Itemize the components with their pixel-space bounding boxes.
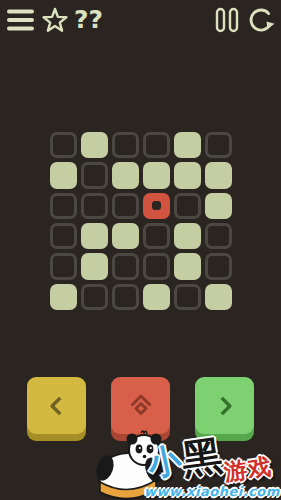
block-cell (50, 284, 77, 310)
empty-cell (81, 193, 108, 219)
menu-button[interactable] (6, 8, 36, 33)
block-cell (205, 162, 232, 188)
empty-cell (174, 193, 201, 219)
block-cell (50, 162, 77, 188)
restart-icon (247, 6, 275, 34)
block-cell (143, 162, 170, 188)
empty-cell (143, 132, 170, 158)
stars-unknown-label: ?? (74, 7, 103, 33)
empty-cell (50, 223, 77, 249)
empty-cell (112, 284, 139, 310)
watermark-url: www.xiaohei.com (144, 484, 280, 499)
game-screen: ?? (0, 0, 281, 500)
watermark-hei: 黑 (178, 427, 225, 487)
empty-cell (143, 253, 170, 279)
watermark-xiao: 小 (144, 437, 186, 488)
star-icon (41, 6, 69, 34)
empty-cell (143, 223, 170, 249)
block-cell (81, 223, 108, 249)
block-cell (205, 193, 232, 219)
block-cell (174, 223, 201, 249)
block-cell (143, 284, 170, 310)
target-cell (143, 193, 170, 219)
block-cell (205, 284, 232, 310)
pause-icon (215, 7, 240, 33)
empty-cell (81, 162, 108, 188)
watermark-youxi: 游戏 (222, 451, 274, 488)
hamburger-icon (6, 8, 36, 33)
block-cell (81, 132, 108, 158)
empty-cell (50, 132, 77, 158)
empty-cell (50, 193, 77, 219)
empty-cell (81, 284, 108, 310)
empty-cell (112, 253, 139, 279)
empty-cell (205, 253, 232, 279)
empty-cell (112, 132, 139, 158)
empty-cell (174, 284, 201, 310)
board (50, 132, 232, 310)
top-bar: ?? (0, 0, 281, 36)
block-cell (174, 162, 201, 188)
diamond-target-icon (127, 392, 155, 420)
panda-mascot-icon (92, 430, 180, 500)
move-left-button[interactable] (27, 377, 86, 434)
block-cell (174, 253, 201, 279)
top-bar-left: ?? (6, 6, 103, 34)
chevron-left-icon (44, 393, 70, 419)
pause-button[interactable] (215, 7, 240, 33)
restart-button[interactable] (247, 6, 275, 34)
action-button[interactable] (111, 377, 170, 434)
empty-cell (205, 132, 232, 158)
xiaohei-watermark: 小 黑 游戏 www.xiaohei.com (92, 428, 281, 500)
block-cell (174, 132, 201, 158)
block-cell (112, 223, 139, 249)
block-cell (112, 162, 139, 188)
move-right-button[interactable] (195, 377, 254, 434)
controls (0, 377, 281, 434)
empty-cell (50, 253, 77, 279)
empty-cell (112, 193, 139, 219)
chevron-right-icon (212, 393, 238, 419)
block-cell (81, 253, 108, 279)
top-bar-right (215, 6, 275, 34)
target-hole (152, 201, 161, 210)
empty-cell (205, 223, 232, 249)
